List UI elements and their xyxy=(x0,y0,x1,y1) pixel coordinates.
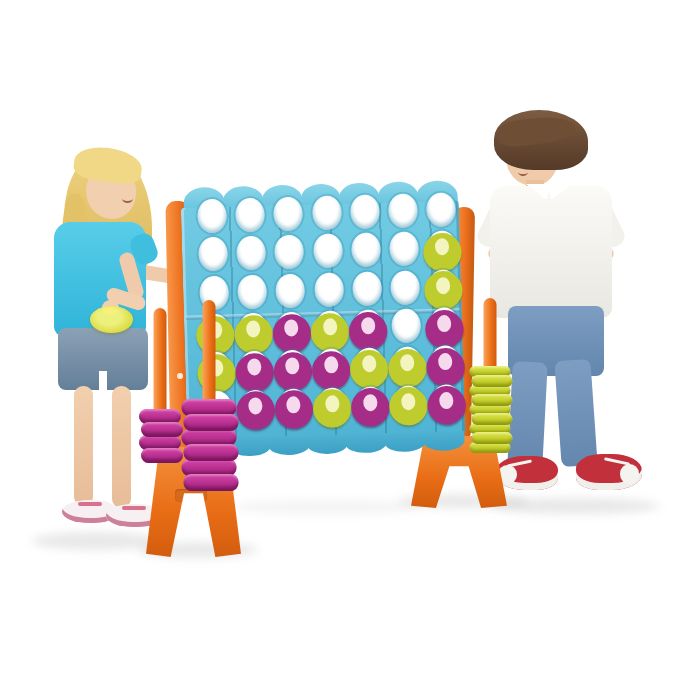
boy-mouth xyxy=(518,168,528,176)
magenta-disc[interactable]: ● xyxy=(238,388,273,426)
cell-r2c4[interactable] xyxy=(308,232,347,271)
cell-r6c5[interactable]: ● xyxy=(351,384,390,423)
scallop-hump xyxy=(385,432,426,452)
yellow-ring-stack xyxy=(470,368,511,454)
boy-sneaker xyxy=(576,454,642,490)
yellow-disc[interactable]: ● xyxy=(391,383,426,421)
board-hole xyxy=(275,235,305,270)
cell-r2c1[interactable] xyxy=(194,235,233,274)
cell-r1c6[interactable] xyxy=(383,191,422,230)
scallop-hump xyxy=(307,434,348,454)
cell-r6c6[interactable]: ● xyxy=(389,383,428,422)
magenta-spare-ring[interactable] xyxy=(184,444,239,461)
shoe-strap xyxy=(78,502,102,506)
scallop-hump xyxy=(268,435,309,455)
board-hole xyxy=(274,197,304,232)
board-hole xyxy=(388,193,418,228)
boy-jeans-leg xyxy=(507,361,547,469)
cell-r6c3[interactable]: ● xyxy=(274,386,313,425)
board-hole xyxy=(236,236,266,271)
sneaker-lace xyxy=(604,458,630,466)
right-ring-post xyxy=(468,298,512,458)
yellow-ring-in-hand[interactable] xyxy=(90,306,133,333)
cell-r2c5[interactable] xyxy=(346,231,385,270)
yellow-spare-ring[interactable] xyxy=(472,375,513,387)
board-hole xyxy=(312,196,342,231)
product-photo-scene: ●●●●●●●●●●●●●●●●●●●●● xyxy=(0,0,700,700)
magenta-spare-ring[interactable] xyxy=(184,474,239,491)
yellow-spare-ring[interactable] xyxy=(472,394,513,406)
cell-r6c4[interactable]: ● xyxy=(312,385,351,424)
shoe-strap xyxy=(122,506,146,510)
girl-leg xyxy=(112,386,131,508)
left-back-ring-post xyxy=(138,308,182,468)
board-hole xyxy=(313,234,343,269)
scallop-hump xyxy=(423,431,464,451)
girl-smile xyxy=(122,194,133,203)
yellow-spare-ring[interactable] xyxy=(472,413,513,425)
cell-r2c3[interactable] xyxy=(270,233,309,272)
magenta-disc[interactable]: ● xyxy=(353,384,388,422)
cell-r2c6[interactable] xyxy=(384,229,423,268)
board-hole xyxy=(197,199,227,234)
magenta-spare-ring[interactable] xyxy=(141,422,183,437)
boy-sneaker xyxy=(496,456,558,490)
magenta-spare-ring[interactable] xyxy=(141,448,183,463)
cell-r6c2[interactable]: ● xyxy=(236,387,275,426)
board-hole xyxy=(235,198,265,233)
scallop-hump xyxy=(346,433,387,453)
magenta-spare-ring[interactable] xyxy=(184,414,239,431)
cell-r6c7[interactable]: ● xyxy=(427,382,466,421)
magenta-ring-stack xyxy=(182,401,237,491)
cell-r1c2[interactable] xyxy=(231,195,270,234)
board-hole xyxy=(198,237,228,272)
girl-denim-shorts xyxy=(58,328,148,390)
cell-r1c3[interactable] xyxy=(269,194,308,233)
board-hole xyxy=(390,270,420,305)
sneaker-toe xyxy=(620,464,640,484)
yellow-spare-ring[interactable] xyxy=(472,432,513,444)
yellow-disc[interactable]: ● xyxy=(315,385,350,423)
girl-leg xyxy=(74,386,93,506)
magenta-disc[interactable]: ● xyxy=(276,387,311,425)
board-hole xyxy=(351,233,381,268)
magenta-disc[interactable]: ● xyxy=(429,382,464,420)
cell-r1c1[interactable] xyxy=(193,197,232,236)
sneaker-lace xyxy=(507,460,532,468)
shadow-center xyxy=(232,500,422,514)
board-hole xyxy=(389,232,419,267)
cell-r2c2[interactable] xyxy=(232,234,271,273)
board-hole xyxy=(350,195,380,230)
cell-r1c5[interactable] xyxy=(345,192,384,231)
cell-r1c4[interactable] xyxy=(307,193,346,232)
cell-r3c6[interactable] xyxy=(386,268,425,307)
boy-jeans-leg xyxy=(554,359,597,467)
magenta-ring-stack xyxy=(139,411,181,463)
left-front-ring-post xyxy=(181,300,237,496)
